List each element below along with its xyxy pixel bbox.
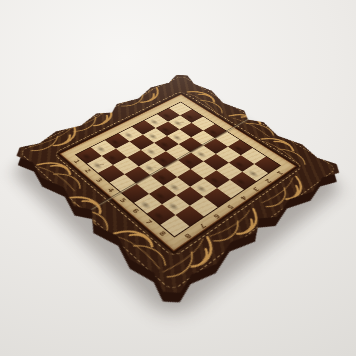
piece-black-pawn-f5[interactable]: ♟ <box>198 141 210 154</box>
photo-backdrop: 1234567812345678 ♝♚♟♟♛♝♟♜♜♞♟♟♟♟♟♞♟♟♟♞♟♟♝… <box>0 0 356 356</box>
piece-black-rook-b6[interactable]: ♜ <box>155 179 170 196</box>
piece-black-queen-d7[interactable]: ♛ <box>193 165 215 189</box>
hinge-clasp-icon <box>246 113 258 120</box>
piece-black-rook-a6[interactable]: ♜ <box>141 188 157 205</box>
piece-black-pawn-a7[interactable]: ♟ <box>155 201 169 216</box>
piece-black-knight-c6[interactable]: ♞ <box>169 169 186 188</box>
piece-black-knight-d4[interactable]: ♞ <box>158 143 174 161</box>
piece-black-pawn-e5[interactable]: ♟ <box>185 148 197 162</box>
board-box: 1234567812345678 ♝♚♟♟♛♝♟♜♜♞♟♟♟♟♟♞♟♟♟♞♟♟♝… <box>11 72 344 299</box>
piece-white-pawn-h2[interactable]: ♟ <box>186 105 197 117</box>
piece-white-pawn-a2[interactable]: ♟ <box>94 152 107 166</box>
piece-white-pawn-b2[interactable]: ♟ <box>109 144 121 158</box>
piece-white-pawn-c4[interactable]: ♟ <box>146 154 159 168</box>
piece-white-knight-f3[interactable]: ♞ <box>172 121 187 138</box>
piece-black-pawn-h4[interactable]: ♟ <box>210 120 222 133</box>
piece-black-bishop-f8[interactable]: ♝ <box>234 160 254 182</box>
scene: 1234567812345678 ♝♚♟♟♛♝♟♜♜♞♟♟♟♟♟♞♟♟♟♞♟♟♝… <box>0 0 356 356</box>
piece-black-pawn-b7[interactable]: ♟ <box>169 192 182 207</box>
